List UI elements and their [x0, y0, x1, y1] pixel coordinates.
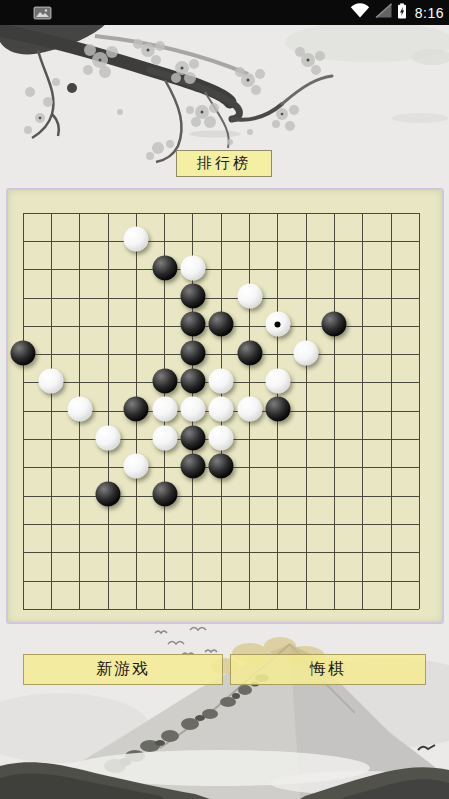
- intersection-c4-r6[interactable]: [122, 369, 150, 397]
- intersection-c10-r9[interactable]: [292, 454, 320, 482]
- intersection-c14-r12[interactable]: [405, 539, 433, 567]
- battery-charging-icon: [397, 3, 407, 23]
- intersection-c7-r13[interactable]: [207, 567, 235, 595]
- intersection-c8-r0[interactable]: [235, 199, 263, 227]
- intersection-c6-r6[interactable]: [179, 369, 207, 397]
- intersection-c3-r12[interactable]: [94, 539, 122, 567]
- intersection-c11-r8[interactable]: [320, 425, 348, 453]
- intersection-c7-r3[interactable]: [207, 284, 235, 312]
- intersection-c5-r3[interactable]: [150, 284, 178, 312]
- intersection-c7-r8[interactable]: [207, 425, 235, 453]
- intersection-c7-r0[interactable]: [207, 199, 235, 227]
- intersection-c8-r14[interactable]: [235, 595, 263, 623]
- intersection-c10-r6[interactable]: [292, 369, 320, 397]
- intersection-c2-r3[interactable]: [66, 284, 94, 312]
- intersection-c12-r6[interactable]: [349, 369, 377, 397]
- intersection-c11-r11[interactable]: [320, 510, 348, 538]
- intersection-c5-r10[interactable]: [150, 482, 178, 510]
- black-stone: [180, 312, 205, 337]
- intersection-c5-r0[interactable]: [150, 199, 178, 227]
- black-stone: [209, 312, 234, 337]
- intersection-c2-r7[interactable]: [66, 397, 94, 425]
- intersection-c11-r12[interactable]: [320, 539, 348, 567]
- black-stone: [11, 340, 36, 365]
- intersection-c9-r13[interactable]: [264, 567, 292, 595]
- no-signal-icon: [375, 3, 392, 22]
- intersection-c4-r14[interactable]: [122, 595, 150, 623]
- intersection-c5-r8[interactable]: [150, 425, 178, 453]
- black-stone: [209, 453, 234, 478]
- intersection-c13-r5[interactable]: [377, 340, 405, 368]
- white-stone: [39, 368, 64, 393]
- intersection-c9-r3[interactable]: [264, 284, 292, 312]
- intersection-c1-r9[interactable]: [37, 454, 65, 482]
- white-stone: [209, 397, 234, 422]
- intersection-c0-r1[interactable]: [9, 227, 37, 255]
- intersection-c13-r1[interactable]: [377, 227, 405, 255]
- intersection-c9-r7[interactable]: [264, 397, 292, 425]
- intersection-c8-r4[interactable]: [235, 312, 263, 340]
- intersection-c3-r5[interactable]: [94, 340, 122, 368]
- intersection-c13-r13[interactable]: [377, 567, 405, 595]
- intersection-c0-r10[interactable]: [9, 482, 37, 510]
- app-screen: 8:16: [0, 0, 449, 799]
- black-stone: [180, 453, 205, 478]
- intersection-c6-r10[interactable]: [179, 482, 207, 510]
- intersection-c14-r7[interactable]: [405, 397, 433, 425]
- intersection-c8-r5[interactable]: [235, 340, 263, 368]
- intersection-c7-r14[interactable]: [207, 595, 235, 623]
- intersection-c9-r1[interactable]: [264, 227, 292, 255]
- intersection-c13-r6[interactable]: [377, 369, 405, 397]
- mountain-art: [0, 618, 449, 799]
- intersection-c1-r12[interactable]: [37, 539, 65, 567]
- intersection-c2-r0[interactable]: [66, 199, 94, 227]
- intersection-c2-r14[interactable]: [66, 595, 94, 623]
- intersection-c6-r11[interactable]: [179, 510, 207, 538]
- intersection-c10-r7[interactable]: [292, 397, 320, 425]
- intersection-c11-r13[interactable]: [320, 567, 348, 595]
- intersection-c2-r12[interactable]: [66, 539, 94, 567]
- intersection-c4-r8[interactable]: [122, 425, 150, 453]
- intersection-c4-r12[interactable]: [122, 539, 150, 567]
- intersection-c7-r10[interactable]: [207, 482, 235, 510]
- dark-bird: [418, 745, 435, 750]
- intersection-c12-r7[interactable]: [349, 397, 377, 425]
- intersection-c11-r0[interactable]: [320, 199, 348, 227]
- intersection-c13-r10[interactable]: [377, 482, 405, 510]
- intersection-c8-r7[interactable]: [235, 397, 263, 425]
- intersection-c14-r10[interactable]: [405, 482, 433, 510]
- intersection-c8-r2[interactable]: [235, 256, 263, 284]
- intersection-c14-r8[interactable]: [405, 425, 433, 453]
- intersection-c6-r1[interactable]: [179, 227, 207, 255]
- intersection-c4-r7[interactable]: [122, 397, 150, 425]
- intersection-c13-r11[interactable]: [377, 510, 405, 538]
- intersection-c1-r3[interactable]: [37, 284, 65, 312]
- black-stone: [180, 340, 205, 365]
- intersection-c6-r0[interactable]: [179, 199, 207, 227]
- intersection-c2-r13[interactable]: [66, 567, 94, 595]
- intersection-c0-r8[interactable]: [9, 425, 37, 453]
- intersection-c1-r4[interactable]: [37, 312, 65, 340]
- white-stone: [265, 368, 290, 393]
- intersection-c5-r6[interactable]: [150, 369, 178, 397]
- clock-text: 8:16: [415, 5, 444, 21]
- intersection-c7-r7[interactable]: [207, 397, 235, 425]
- intersection-c7-r5[interactable]: [207, 340, 235, 368]
- intersection-c5-r4[interactable]: [150, 312, 178, 340]
- intersection-c7-r9[interactable]: [207, 454, 235, 482]
- intersection-c6-r8[interactable]: [179, 425, 207, 453]
- intersection-c9-r11[interactable]: [264, 510, 292, 538]
- intersection-c9-r0[interactable]: [264, 199, 292, 227]
- intersection-c6-r5[interactable]: [179, 340, 207, 368]
- intersection-c8-r10[interactable]: [235, 482, 263, 510]
- white-stone: [209, 368, 234, 393]
- intersection-c10-r2[interactable]: [292, 256, 320, 284]
- intersection-c9-r4[interactable]: [264, 312, 292, 340]
- intersection-c9-r14[interactable]: [264, 595, 292, 623]
- intersection-c8-r1[interactable]: [235, 227, 263, 255]
- intersection-c9-r5[interactable]: [264, 340, 292, 368]
- intersection-c8-r13[interactable]: [235, 567, 263, 595]
- intersection-c1-r0[interactable]: [37, 199, 65, 227]
- intersection-c0-r3[interactable]: [9, 284, 37, 312]
- white-stone: [294, 340, 319, 365]
- intersection-c4-r9[interactable]: [122, 454, 150, 482]
- intersection-c3-r13[interactable]: [94, 567, 122, 595]
- white-stone: [237, 397, 262, 422]
- intersection-c10-r14[interactable]: [292, 595, 320, 623]
- intersection-c5-r7[interactable]: [150, 397, 178, 425]
- black-stone: [152, 482, 177, 507]
- white-stone: [180, 397, 205, 422]
- intersection-c4-r2[interactable]: [122, 256, 150, 284]
- black-stone: [180, 425, 205, 450]
- intersection-c1-r11[interactable]: [37, 510, 65, 538]
- intersection-c10-r5[interactable]: [292, 340, 320, 368]
- intersection-c6-r4[interactable]: [179, 312, 207, 340]
- intersection-c14-r11[interactable]: [405, 510, 433, 538]
- white-stone: [237, 284, 262, 309]
- intersection-c13-r7[interactable]: [377, 397, 405, 425]
- intersection-c0-r13[interactable]: [9, 567, 37, 595]
- intersection-c4-r1[interactable]: [122, 227, 150, 255]
- intersection-c2-r1[interactable]: [66, 227, 94, 255]
- intersection-c0-r12[interactable]: [9, 539, 37, 567]
- intersection-c7-r11[interactable]: [207, 510, 235, 538]
- intersection-c3-r7[interactable]: [94, 397, 122, 425]
- intersection-c12-r12[interactable]: [349, 539, 377, 567]
- new-game-button[interactable]: 新游戏: [23, 654, 223, 685]
- intersection-c8-r9[interactable]: [235, 454, 263, 482]
- intersection-c6-r14[interactable]: [179, 595, 207, 623]
- intersection-c11-r4[interactable]: [320, 312, 348, 340]
- intersection-c12-r2[interactable]: [349, 256, 377, 284]
- intersection-c11-r10[interactable]: [320, 482, 348, 510]
- black-stone: [152, 368, 177, 393]
- intersection-c12-r1[interactable]: [349, 227, 377, 255]
- black-stone: [96, 482, 121, 507]
- intersection-c13-r4[interactable]: [377, 312, 405, 340]
- intersection-c8-r3[interactable]: [235, 284, 263, 312]
- white-stone: [152, 425, 177, 450]
- intersection-c10-r1[interactable]: [292, 227, 320, 255]
- intersection-c0-r2[interactable]: [9, 256, 37, 284]
- intersection-c14-r13[interactable]: [405, 567, 433, 595]
- white-stone: [209, 425, 234, 450]
- intersection-c3-r4[interactable]: [94, 312, 122, 340]
- black-stone: [322, 312, 347, 337]
- intersection-c13-r2[interactable]: [377, 256, 405, 284]
- intersection-c11-r6[interactable]: [320, 369, 348, 397]
- white-stone: [265, 312, 290, 337]
- intersection-c2-r9[interactable]: [66, 454, 94, 482]
- intersection-c1-r7[interactable]: [37, 397, 65, 425]
- white-stone: [67, 397, 92, 422]
- black-stone: [237, 340, 262, 365]
- intersection-c6-r3[interactable]: [179, 284, 207, 312]
- intersection-c11-r9[interactable]: [320, 454, 348, 482]
- intersection-c9-r6[interactable]: [264, 369, 292, 397]
- intersection-c14-r3[interactable]: [405, 284, 433, 312]
- intersection-c9-r10[interactable]: [264, 482, 292, 510]
- intersection-c11-r7[interactable]: [320, 397, 348, 425]
- intersection-c6-r13[interactable]: [179, 567, 207, 595]
- intersection-c0-r11[interactable]: [9, 510, 37, 538]
- intersection-c12-r3[interactable]: [349, 284, 377, 312]
- intersection-c2-r11[interactable]: [66, 510, 94, 538]
- intersection-c2-r2[interactable]: [66, 256, 94, 284]
- intersection-c9-r12[interactable]: [264, 539, 292, 567]
- white-stone: [124, 227, 149, 252]
- undo-button[interactable]: 悔棋: [230, 654, 426, 685]
- intersection-c2-r8[interactable]: [66, 425, 94, 453]
- intersection-c12-r11[interactable]: [349, 510, 377, 538]
- plum-branch-art: [0, 22, 449, 164]
- intersection-c7-r6[interactable]: [207, 369, 235, 397]
- intersection-c10-r0[interactable]: [292, 199, 320, 227]
- intersection-c13-r12[interactable]: [377, 539, 405, 567]
- screenshot-notification-icon: [33, 6, 52, 20]
- intersection-c0-r7[interactable]: [9, 397, 37, 425]
- birds: [155, 628, 217, 656]
- intersection-c10-r4[interactable]: [292, 312, 320, 340]
- intersection-c13-r14[interactable]: [377, 595, 405, 623]
- black-stone: [180, 368, 205, 393]
- intersection-c3-r9[interactable]: [94, 454, 122, 482]
- intersection-c5-r5[interactable]: [150, 340, 178, 368]
- intersection-c0-r4[interactable]: [9, 312, 37, 340]
- intersection-c1-r1[interactable]: [37, 227, 65, 255]
- wifi-icon: [350, 3, 370, 22]
- black-stone: [152, 255, 177, 280]
- intersection-c3-r2[interactable]: [94, 256, 122, 284]
- last-move-marker: [275, 321, 281, 327]
- intersection-c12-r10[interactable]: [349, 482, 377, 510]
- intersection-c4-r4[interactable]: [122, 312, 150, 340]
- intersection-c5-r9[interactable]: [150, 454, 178, 482]
- intersection-c8-r12[interactable]: [235, 539, 263, 567]
- intersection-c2-r6[interactable]: [66, 369, 94, 397]
- intersection-c11-r3[interactable]: [320, 284, 348, 312]
- intersection-c3-r11[interactable]: [94, 510, 122, 538]
- intersection-c4-r0[interactable]: [122, 199, 150, 227]
- intersection-c13-r8[interactable]: [377, 425, 405, 453]
- intersection-c14-r0[interactable]: [405, 199, 433, 227]
- intersection-c9-r2[interactable]: [264, 256, 292, 284]
- intersection-c1-r13[interactable]: [37, 567, 65, 595]
- intersection-c3-r14[interactable]: [94, 595, 122, 623]
- intersection-c12-r0[interactable]: [349, 199, 377, 227]
- intersection-c14-r2[interactable]: [405, 256, 433, 284]
- intersection-c2-r10[interactable]: [66, 482, 94, 510]
- intersection-c7-r1[interactable]: [207, 227, 235, 255]
- intersection-c6-r7[interactable]: [179, 397, 207, 425]
- intersection-c6-r9[interactable]: [179, 454, 207, 482]
- intersection-c12-r14[interactable]: [349, 595, 377, 623]
- intersection-c3-r8[interactable]: [94, 425, 122, 453]
- white-stone: [180, 255, 205, 280]
- intersection-c10-r10[interactable]: [292, 482, 320, 510]
- intersection-c5-r2[interactable]: [150, 256, 178, 284]
- intersection-c7-r2[interactable]: [207, 256, 235, 284]
- intersection-c0-r9[interactable]: [9, 454, 37, 482]
- intersection-c9-r8[interactable]: [264, 425, 292, 453]
- intersection-c1-r8[interactable]: [37, 425, 65, 453]
- intersection-c1-r5[interactable]: [37, 340, 65, 368]
- intersection-c8-r8[interactable]: [235, 425, 263, 453]
- intersection-c5-r14[interactable]: [150, 595, 178, 623]
- intersection-c0-r5[interactable]: [9, 340, 37, 368]
- intersection-c8-r6[interactable]: [235, 369, 263, 397]
- intersection-c6-r12[interactable]: [179, 539, 207, 567]
- intersection-c5-r12[interactable]: [150, 539, 178, 567]
- intersection-c3-r0[interactable]: [94, 199, 122, 227]
- intersection-c3-r10[interactable]: [94, 482, 122, 510]
- intersection-c5-r11[interactable]: [150, 510, 178, 538]
- intersection-c1-r6[interactable]: [37, 369, 65, 397]
- black-stone: [180, 284, 205, 309]
- intersection-c12-r13[interactable]: [349, 567, 377, 595]
- leaderboard-button[interactable]: 排行榜: [176, 150, 272, 177]
- intersection-c7-r4[interactable]: [207, 312, 235, 340]
- intersection-c13-r3[interactable]: [377, 284, 405, 312]
- gomoku-board: [6, 188, 444, 624]
- intersection-c2-r5[interactable]: [66, 340, 94, 368]
- intersection-c11-r14[interactable]: [320, 595, 348, 623]
- intersection-c14-r5[interactable]: [405, 340, 433, 368]
- intersection-c10-r8[interactable]: [292, 425, 320, 453]
- intersection-c13-r0[interactable]: [377, 199, 405, 227]
- intersection-c12-r4[interactable]: [349, 312, 377, 340]
- intersection-c14-r14[interactable]: [405, 595, 433, 623]
- intersection-c12-r8[interactable]: [349, 425, 377, 453]
- intersection-c3-r3[interactable]: [94, 284, 122, 312]
- intersection-c5-r1[interactable]: [150, 227, 178, 255]
- intersection-c4-r13[interactable]: [122, 567, 150, 595]
- board-grid: [9, 199, 433, 623]
- intersection-c14-r9[interactable]: [405, 454, 433, 482]
- intersection-c0-r14[interactable]: [9, 595, 37, 623]
- intersection-c10-r13[interactable]: [292, 567, 320, 595]
- white-stone: [152, 397, 177, 422]
- intersection-c2-r4[interactable]: [66, 312, 94, 340]
- intersection-c3-r6[interactable]: [94, 369, 122, 397]
- intersection-c1-r14[interactable]: [37, 595, 65, 623]
- intersection-c12-r5[interactable]: [349, 340, 377, 368]
- intersection-c5-r13[interactable]: [150, 567, 178, 595]
- intersection-c11-r2[interactable]: [320, 256, 348, 284]
- intersection-c11-r5[interactable]: [320, 340, 348, 368]
- intersection-c0-r0[interactable]: [9, 199, 37, 227]
- intersection-c10-r3[interactable]: [292, 284, 320, 312]
- intersection-c4-r3[interactable]: [122, 284, 150, 312]
- intersection-c9-r9[interactable]: [264, 454, 292, 482]
- intersection-c4-r5[interactable]: [122, 340, 150, 368]
- intersection-c0-r6[interactable]: [9, 369, 37, 397]
- intersection-c14-r4[interactable]: [405, 312, 433, 340]
- white-stone: [96, 425, 121, 450]
- intersection-c12-r9[interactable]: [349, 454, 377, 482]
- intersection-c1-r2[interactable]: [37, 256, 65, 284]
- white-stone: [124, 453, 149, 478]
- intersection-c10-r12[interactable]: [292, 539, 320, 567]
- black-stone: [265, 397, 290, 422]
- intersection-c4-r11[interactable]: [122, 510, 150, 538]
- intersection-c7-r12[interactable]: [207, 539, 235, 567]
- status-bar: 8:16: [0, 0, 449, 25]
- intersection-c10-r11[interactable]: [292, 510, 320, 538]
- intersection-c11-r1[interactable]: [320, 227, 348, 255]
- intersection-c4-r10[interactable]: [122, 482, 150, 510]
- intersection-c8-r11[interactable]: [235, 510, 263, 538]
- intersection-c1-r10[interactable]: [37, 482, 65, 510]
- intersection-c13-r9[interactable]: [377, 454, 405, 482]
- intersection-c3-r1[interactable]: [94, 227, 122, 255]
- black-stone: [124, 397, 149, 422]
- intersection-c14-r6[interactable]: [405, 369, 433, 397]
- intersection-c14-r1[interactable]: [405, 227, 433, 255]
- intersection-c6-r2[interactable]: [179, 256, 207, 284]
